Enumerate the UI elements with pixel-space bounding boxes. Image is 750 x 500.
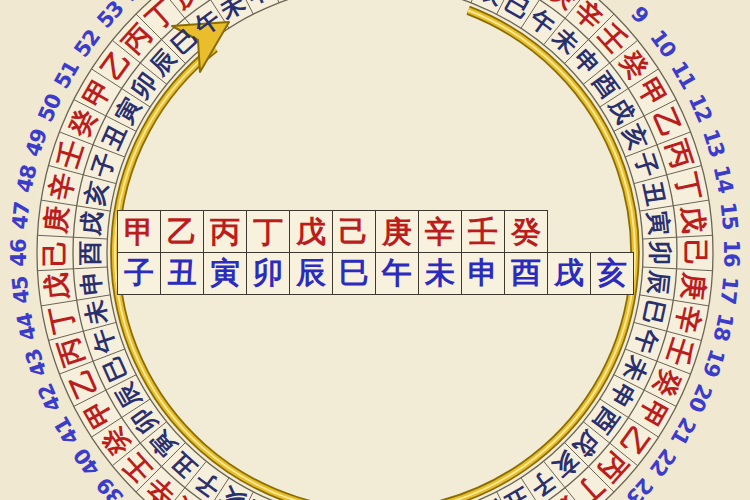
ring-number-9: 9 (626, 2, 653, 28)
ring-number-13: 13 (698, 126, 729, 159)
ring-number-12: 12 (684, 91, 717, 126)
ring-number-11: 11 (666, 57, 701, 93)
ring-branch-16: 卯 (647, 240, 673, 265)
table-stem-9: 壬 (461, 210, 505, 253)
table-branch-1: 子 (117, 252, 161, 295)
table-stem-4: 丁 (246, 210, 290, 253)
table-branch-8: 未 (418, 252, 462, 295)
ring-number-47: 47 (8, 201, 35, 231)
ring-stem-16: 己 (680, 240, 710, 267)
ring-number-19: 19 (698, 346, 729, 380)
table-branch-11: 戌 (547, 252, 591, 295)
ring-branch-17: 辰 (644, 269, 672, 297)
ring-number-49: 49 (21, 126, 52, 160)
branches-row: 子丑寅卯辰巳午未申酉戌亥 (117, 252, 634, 295)
ring-number-14: 14 (709, 163, 738, 195)
table-branch-6: 巳 (332, 252, 376, 295)
ring-number-44: 44 (12, 311, 41, 343)
ring-number-8: 8 (600, 0, 626, 2)
ring-branch-47: 戌 (77, 210, 105, 238)
ring-branch-45: 申 (77, 270, 105, 297)
stems-row: 甲乙丙丁戊己庚辛壬癸 (117, 210, 634, 253)
sexagenary-wheel: 甲子1乙丑2丙寅3丁卯4戊辰5己巳6庚午7辛未8壬申9癸酉10甲戌11乙亥12丙… (0, 0, 750, 500)
ring-number-15: 15 (716, 201, 743, 231)
ring-stem-15: 戊 (677, 204, 710, 235)
table-branch-5: 辰 (289, 252, 333, 295)
table-stem-10: 癸 (504, 210, 548, 253)
ring-number-20: 20 (684, 380, 717, 415)
table-stem-1: 甲 (117, 210, 161, 253)
ring-number-21: 21 (666, 413, 701, 449)
ring-branch-44: 未 (81, 298, 112, 328)
ring-stem-46: 己 (40, 240, 70, 267)
ring-number-45: 45 (8, 275, 35, 305)
table-branch-12: 亥 (590, 252, 634, 295)
ring-number-43: 43 (21, 346, 52, 379)
table-branch-10: 酉 (504, 252, 548, 295)
table-branch-9: 申 (461, 252, 505, 295)
ring-stem-47: 庚 (40, 205, 73, 236)
table-branch-4: 卯 (246, 252, 290, 295)
table-stem-8: 辛 (418, 210, 462, 253)
ring-branch-46: 酉 (77, 241, 103, 266)
ring-stem-17: 庚 (677, 270, 710, 301)
table-branch-3: 寅 (203, 252, 247, 295)
ring-number-18: 18 (709, 311, 738, 343)
ring-branch-15: 寅 (644, 209, 672, 237)
ring-number-16: 16 (719, 239, 743, 267)
table-stem-7: 庚 (375, 210, 419, 253)
table-stem-3: 丙 (203, 210, 247, 253)
table-branch-2: 丑 (160, 252, 204, 295)
stems-branches-table: 甲乙丙丁戊己庚辛壬癸 子丑寅卯辰巳午未申酉戌亥 (117, 210, 634, 295)
ring-number-51: 51 (49, 57, 84, 93)
ring-number-42: 42 (33, 380, 66, 415)
table-stem-6: 己 (332, 210, 376, 253)
table-stem-5: 戊 (289, 210, 333, 253)
ring-number-48: 48 (12, 163, 41, 195)
ring-stem-45: 戊 (40, 271, 73, 302)
ring-number-50: 50 (33, 91, 66, 126)
ring-number-46: 46 (7, 239, 31, 267)
ring-number-17: 17 (716, 275, 743, 305)
table-branch-7: 午 (375, 252, 419, 295)
ring-number-41: 41 (49, 413, 84, 449)
table-stem-2: 乙 (160, 210, 204, 253)
